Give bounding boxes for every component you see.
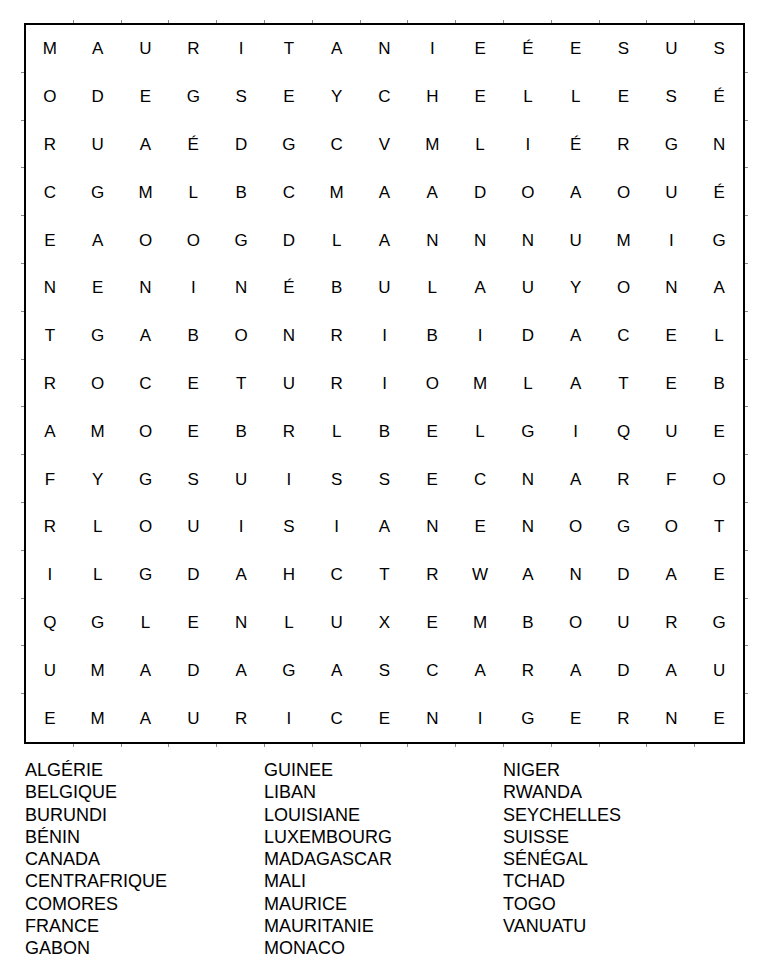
- grid-cell[interactable]: N: [361, 25, 409, 73]
- grid-cell[interactable]: U: [265, 360, 313, 408]
- grid-cell[interactable]: U: [122, 25, 170, 73]
- grid-cell[interactable]: A: [552, 312, 600, 360]
- grid-cell[interactable]: R: [26, 503, 74, 551]
- grid-cell[interactable]: U: [26, 646, 74, 694]
- grid-cell[interactable]: O: [504, 168, 552, 216]
- grid-cell[interactable]: U: [169, 694, 217, 742]
- grid-cell[interactable]: E: [26, 216, 74, 264]
- grid-cell[interactable]: U: [217, 455, 265, 503]
- grid-cell[interactable]: S: [695, 25, 743, 73]
- grid-cell[interactable]: N: [408, 503, 456, 551]
- grid-cell[interactable]: S: [361, 646, 409, 694]
- grid-cell[interactable]: A: [217, 646, 265, 694]
- grid-cell[interactable]: O: [122, 503, 170, 551]
- grid-cell[interactable]: I: [313, 503, 361, 551]
- grid-cell[interactable]: G: [265, 121, 313, 169]
- grid-cell[interactable]: F: [647, 455, 695, 503]
- grid-cell[interactable]: O: [408, 360, 456, 408]
- word-list-item: SUISSE: [503, 826, 745, 848]
- word-list-item: ALGÉRIE: [25, 759, 264, 781]
- grid-cell[interactable]: I: [408, 25, 456, 73]
- grid-cell[interactable]: E: [169, 599, 217, 647]
- grid-cell[interactable]: O: [600, 264, 648, 312]
- grid-cell[interactable]: C: [361, 73, 409, 121]
- word-list-item: CANADA: [25, 848, 264, 870]
- grid-cell[interactable]: É: [504, 25, 552, 73]
- word-list-item: GABON: [25, 937, 264, 959]
- grid-cell[interactable]: O: [552, 599, 600, 647]
- grid-cell[interactable]: T: [265, 25, 313, 73]
- grid-cell[interactable]: S: [647, 73, 695, 121]
- grid-cell[interactable]: B: [313, 264, 361, 312]
- grid-cell[interactable]: G: [504, 694, 552, 742]
- grid-cell[interactable]: G: [504, 407, 552, 455]
- letter-grid: MAURITANIEÉESUSODEGSEYCHELLESÉRUAÉDGCVML…: [26, 25, 743, 742]
- grid-cell[interactable]: N: [504, 455, 552, 503]
- grid-cell[interactable]: U: [313, 599, 361, 647]
- grid-cell[interactable]: B: [217, 407, 265, 455]
- grid-cell[interactable]: E: [647, 360, 695, 408]
- word-search-board: MAURITANIEÉESUSODEGSEYCHELLESÉRUAÉDGCVML…: [24, 23, 745, 744]
- grid-cell[interactable]: T: [26, 312, 74, 360]
- grid-cell[interactable]: N: [217, 264, 265, 312]
- grid-cell[interactable]: I: [647, 216, 695, 264]
- grid-cell[interactable]: O: [552, 503, 600, 551]
- word-list-item: MAURITANIE: [264, 915, 503, 937]
- grid-cell[interactable]: Q: [26, 599, 74, 647]
- word-list-item: MAURICE: [264, 893, 503, 915]
- grid-cell[interactable]: U: [552, 216, 600, 264]
- grid-cell[interactable]: N: [695, 121, 743, 169]
- grid-cell[interactable]: G: [647, 121, 695, 169]
- grid-cell[interactable]: G: [600, 503, 648, 551]
- grid-cell[interactable]: M: [26, 25, 74, 73]
- grid-cell[interactable]: M: [74, 694, 122, 742]
- grid-cell[interactable]: N: [408, 216, 456, 264]
- grid-cell[interactable]: X: [361, 599, 409, 647]
- grid-cell[interactable]: A: [647, 551, 695, 599]
- grid-cell[interactable]: E: [552, 25, 600, 73]
- grid-cell[interactable]: A: [361, 168, 409, 216]
- grid-cell[interactable]: G: [74, 599, 122, 647]
- grid-cell[interactable]: E: [695, 407, 743, 455]
- grid-cell[interactable]: D: [265, 216, 313, 264]
- grid-cell[interactable]: A: [552, 360, 600, 408]
- grid-cell[interactable]: W: [456, 551, 504, 599]
- grid-cell[interactable]: B: [217, 168, 265, 216]
- grid-cell[interactable]: L: [313, 216, 361, 264]
- grid-cell[interactable]: E: [408, 455, 456, 503]
- grid-cell[interactable]: E: [456, 25, 504, 73]
- word-list-item: TCHAD: [503, 870, 745, 892]
- grid-cell[interactable]: D: [74, 73, 122, 121]
- grid-cell[interactable]: Q: [600, 407, 648, 455]
- grid-cell[interactable]: N: [122, 264, 170, 312]
- word-list-item: BELGIQUE: [25, 781, 264, 803]
- grid-cell[interactable]: U: [647, 168, 695, 216]
- word-list-item: TOGO: [503, 893, 745, 915]
- grid-cell[interactable]: I: [456, 312, 504, 360]
- grid-cell[interactable]: E: [552, 694, 600, 742]
- grid-cell[interactable]: E: [361, 694, 409, 742]
- grid-cell[interactable]: O: [647, 503, 695, 551]
- grid-cell[interactable]: M: [456, 599, 504, 647]
- grid-cell[interactable]: A: [313, 25, 361, 73]
- grid-cell[interactable]: A: [552, 646, 600, 694]
- grid-cell[interactable]: E: [265, 73, 313, 121]
- grid-cell[interactable]: I: [217, 25, 265, 73]
- grid-cell[interactable]: R: [217, 694, 265, 742]
- word-list-item: BÉNIN: [25, 826, 264, 848]
- grid-cell[interactable]: R: [169, 25, 217, 73]
- grid-cell[interactable]: C: [26, 168, 74, 216]
- grid-cell[interactable]: L: [456, 407, 504, 455]
- grid-cell[interactable]: I: [361, 360, 409, 408]
- grid-cell[interactable]: G: [122, 455, 170, 503]
- grid-cell[interactable]: S: [265, 503, 313, 551]
- grid-cell[interactable]: M: [74, 646, 122, 694]
- grid-cell[interactable]: C: [313, 551, 361, 599]
- grid-cell[interactable]: E: [408, 407, 456, 455]
- grid-cell[interactable]: O: [26, 73, 74, 121]
- grid-cell[interactable]: A: [313, 646, 361, 694]
- grid-cell[interactable]: N: [647, 264, 695, 312]
- grid-cell[interactable]: B: [504, 599, 552, 647]
- grid-cell[interactable]: L: [695, 312, 743, 360]
- grid-cell[interactable]: C: [408, 646, 456, 694]
- grid-cell[interactable]: O: [217, 312, 265, 360]
- grid-cell[interactable]: M: [74, 407, 122, 455]
- grid-cell[interactable]: O: [122, 407, 170, 455]
- grid-cell[interactable]: I: [504, 121, 552, 169]
- grid-cell[interactable]: D: [169, 646, 217, 694]
- grid-cell[interactable]: G: [265, 646, 313, 694]
- grid-cell[interactable]: D: [600, 551, 648, 599]
- grid-cell[interactable]: C: [122, 360, 170, 408]
- grid-cell[interactable]: R: [600, 121, 648, 169]
- grid-cell[interactable]: N: [265, 312, 313, 360]
- grid-cell[interactable]: É: [169, 121, 217, 169]
- grid-cell[interactable]: C: [313, 694, 361, 742]
- grid-cell[interactable]: D: [169, 551, 217, 599]
- grid-cell[interactable]: M: [408, 121, 456, 169]
- grid-cell[interactable]: L: [456, 121, 504, 169]
- grid-cell[interactable]: E: [169, 360, 217, 408]
- grid-cell[interactable]: G: [695, 216, 743, 264]
- grid-cell[interactable]: I: [456, 694, 504, 742]
- grid-cell[interactable]: F: [26, 455, 74, 503]
- grid-cell[interactable]: O: [600, 168, 648, 216]
- grid-cell[interactable]: A: [122, 646, 170, 694]
- word-list-item: MADAGASCAR: [264, 848, 503, 870]
- grid-cell[interactable]: U: [361, 264, 409, 312]
- grid-cell[interactable]: E: [647, 312, 695, 360]
- grid-cell[interactable]: B: [169, 312, 217, 360]
- grid-cell[interactable]: D: [456, 168, 504, 216]
- grid-cell[interactable]: L: [265, 599, 313, 647]
- word-list-item: LIBAN: [264, 781, 503, 803]
- grid-cell[interactable]: V: [361, 121, 409, 169]
- grid-cell[interactable]: H: [265, 551, 313, 599]
- grid-cell[interactable]: M: [122, 168, 170, 216]
- grid-cell[interactable]: Y: [74, 455, 122, 503]
- grid-cell[interactable]: A: [504, 551, 552, 599]
- grid-cell[interactable]: R: [313, 360, 361, 408]
- grid-cell[interactable]: S: [600, 25, 648, 73]
- grid-cell[interactable]: U: [74, 121, 122, 169]
- word-list-item: LOUISIANE: [264, 804, 503, 826]
- grid-cell[interactable]: A: [552, 168, 600, 216]
- grid-cell[interactable]: A: [456, 264, 504, 312]
- grid-cell[interactable]: D: [217, 121, 265, 169]
- grid-cell[interactable]: R: [504, 646, 552, 694]
- grid-cell[interactable]: C: [456, 455, 504, 503]
- word-list-item: MONACO: [264, 937, 503, 959]
- grid-cell[interactable]: B: [695, 360, 743, 408]
- word-list-column: ALGÉRIEBELGIQUEBURUNDIBÉNINCANADACENTRAF…: [25, 759, 264, 960]
- grid-cell[interactable]: L: [552, 73, 600, 121]
- grid-cell[interactable]: I: [361, 312, 409, 360]
- grid-cell[interactable]: É: [695, 168, 743, 216]
- grid-cell[interactable]: O: [695, 455, 743, 503]
- grid-cell[interactable]: L: [504, 73, 552, 121]
- grid-cell[interactable]: M: [313, 168, 361, 216]
- grid-cell[interactable]: N: [26, 264, 74, 312]
- grid-cell[interactable]: A: [361, 216, 409, 264]
- grid-cell[interactable]: N: [504, 503, 552, 551]
- grid-cell[interactable]: R: [647, 599, 695, 647]
- grid-cell[interactable]: L: [313, 407, 361, 455]
- grid-cell[interactable]: L: [122, 599, 170, 647]
- word-list-item: COMORES: [25, 893, 264, 915]
- grid-cell[interactable]: T: [217, 360, 265, 408]
- grid-cell[interactable]: R: [313, 312, 361, 360]
- grid-cell[interactable]: A: [122, 121, 170, 169]
- grid-cell[interactable]: R: [408, 551, 456, 599]
- grid-cell[interactable]: R: [600, 455, 648, 503]
- grid-cell[interactable]: R: [265, 407, 313, 455]
- grid-cell[interactable]: L: [504, 360, 552, 408]
- grid-cell[interactable]: I: [217, 503, 265, 551]
- grid-cell[interactable]: G: [122, 551, 170, 599]
- grid-cell[interactable]: R: [26, 121, 74, 169]
- grid-cell[interactable]: E: [456, 503, 504, 551]
- grid-cell[interactable]: T: [695, 503, 743, 551]
- word-list-item: MALI: [264, 870, 503, 892]
- grid-cell[interactable]: E: [169, 407, 217, 455]
- grid-cell[interactable]: H: [408, 73, 456, 121]
- grid-cell[interactable]: N: [647, 694, 695, 742]
- grid-cell[interactable]: A: [217, 551, 265, 599]
- grid-cell[interactable]: G: [74, 312, 122, 360]
- grid-cell[interactable]: U: [504, 264, 552, 312]
- grid-cell[interactable]: E: [456, 73, 504, 121]
- grid-cell[interactable]: D: [600, 646, 648, 694]
- word-list-item: LUXEMBOURG: [264, 826, 503, 848]
- grid-cell[interactable]: M: [600, 216, 648, 264]
- grid-cell[interactable]: U: [647, 407, 695, 455]
- grid-cell[interactable]: D: [504, 312, 552, 360]
- grid-cell[interactable]: U: [695, 646, 743, 694]
- grid-cell[interactable]: A: [647, 646, 695, 694]
- grid-cell[interactable]: O: [169, 216, 217, 264]
- grid-cell[interactable]: A: [74, 25, 122, 73]
- grid-cell[interactable]: N: [217, 599, 265, 647]
- grid-cell[interactable]: C: [265, 168, 313, 216]
- word-list-item: RWANDA: [503, 781, 745, 803]
- word-list-item: FRANCE: [25, 915, 264, 937]
- word-list-item: NIGER: [503, 759, 745, 781]
- grid-cell[interactable]: A: [361, 503, 409, 551]
- grid-cell[interactable]: I: [265, 455, 313, 503]
- grid-cell[interactable]: R: [600, 694, 648, 742]
- grid-cell[interactable]: E: [122, 73, 170, 121]
- grid-cell[interactable]: A: [122, 312, 170, 360]
- grid-cell[interactable]: B: [361, 407, 409, 455]
- grid-cell[interactable]: B: [408, 312, 456, 360]
- grid-cell[interactable]: L: [74, 551, 122, 599]
- grid-cell[interactable]: A: [552, 455, 600, 503]
- grid-cell[interactable]: A: [408, 168, 456, 216]
- grid-cell[interactable]: S: [361, 455, 409, 503]
- grid-cell[interactable]: L: [169, 168, 217, 216]
- grid-cell[interactable]: A: [695, 264, 743, 312]
- grid-cell[interactable]: U: [647, 25, 695, 73]
- grid-cell[interactable]: S: [217, 73, 265, 121]
- word-list-item: VANUATU: [503, 915, 745, 937]
- grid-cell[interactable]: A: [74, 216, 122, 264]
- grid-cell[interactable]: T: [361, 551, 409, 599]
- grid-cell[interactable]: R: [26, 360, 74, 408]
- grid-cell[interactable]: U: [600, 599, 648, 647]
- grid-cell[interactable]: A: [456, 646, 504, 694]
- grid-cell[interactable]: T: [600, 360, 648, 408]
- grid-cell[interactable]: C: [600, 312, 648, 360]
- grid-cell[interactable]: C: [313, 121, 361, 169]
- grid-cell[interactable]: G: [695, 599, 743, 647]
- grid-cell[interactable]: N: [552, 551, 600, 599]
- grid-cell[interactable]: I: [26, 551, 74, 599]
- grid-cell[interactable]: O: [122, 216, 170, 264]
- word-list-column: NIGERRWANDASEYCHELLESSUISSESÉNÉGALTCHADT…: [503, 759, 745, 960]
- grid-cell[interactable]: I: [169, 264, 217, 312]
- grid-cell[interactable]: N: [408, 694, 456, 742]
- grid-cell[interactable]: S: [169, 455, 217, 503]
- grid-cell[interactable]: N: [456, 216, 504, 264]
- grid-cell[interactable]: L: [74, 503, 122, 551]
- word-list-item: CENTRAFRIQUE: [25, 870, 264, 892]
- grid-cell[interactable]: U: [169, 503, 217, 551]
- word-list-column: GUINEELIBANLOUISIANELUXEMBOURGMADAGASCAR…: [264, 759, 503, 960]
- word-list: ALGÉRIEBELGIQUEBURUNDIBÉNINCANADACENTRAF…: [25, 759, 745, 960]
- word-list-item: BURUNDI: [25, 804, 264, 826]
- grid-cell[interactable]: A: [122, 694, 170, 742]
- grid-cell[interactable]: G: [74, 168, 122, 216]
- grid-cell[interactable]: L: [408, 264, 456, 312]
- grid-cell[interactable]: E: [74, 264, 122, 312]
- grid-cell[interactable]: E: [695, 551, 743, 599]
- grid-cell[interactable]: Y: [552, 264, 600, 312]
- grid-cell[interactable]: O: [74, 360, 122, 408]
- grid-cell[interactable]: E: [408, 599, 456, 647]
- word-list-item: SÉNÉGAL: [503, 848, 745, 870]
- grid-cell[interactable]: M: [456, 360, 504, 408]
- grid-cell[interactable]: E: [695, 694, 743, 742]
- grid-cell[interactable]: E: [26, 694, 74, 742]
- grid-cell[interactable]: E: [600, 73, 648, 121]
- grid-cell[interactable]: É: [265, 264, 313, 312]
- grid-cell[interactable]: N: [504, 216, 552, 264]
- grid-cell[interactable]: I: [552, 407, 600, 455]
- word-list-item: GUINEE: [264, 759, 503, 781]
- grid-cell[interactable]: É: [552, 121, 600, 169]
- word-list-item: SEYCHELLES: [503, 804, 745, 826]
- grid-cell[interactable]: A: [26, 407, 74, 455]
- grid-cell[interactable]: É: [695, 73, 743, 121]
- grid-cell[interactable]: G: [169, 73, 217, 121]
- grid-cell[interactable]: G: [217, 216, 265, 264]
- grid-cell[interactable]: S: [313, 455, 361, 503]
- grid-cell[interactable]: I: [265, 694, 313, 742]
- grid-cell[interactable]: Y: [313, 73, 361, 121]
